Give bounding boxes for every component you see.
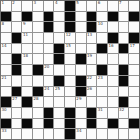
- white-cell-r2c10[interactable]: [97, 12, 107, 22]
- white-cell-r13c6[interactable]: [54, 129, 64, 139]
- white-cell-r7c7[interactable]: [65, 65, 75, 75]
- clue-number: 18: [23, 54, 28, 58]
- clue-number: 8: [2, 22, 5, 26]
- white-cell-r1c5[interactable]: [44, 1, 54, 11]
- white-cell-r4c9[interactable]: 13: [87, 33, 97, 43]
- black-cell-r12c9: [87, 119, 97, 129]
- black-cell-r4c2: [12, 33, 22, 43]
- clue-number: 9: [23, 22, 26, 26]
- white-cell-r12c10[interactable]: [97, 119, 107, 129]
- white-cell-r11c1[interactable]: 30: [1, 108, 11, 118]
- white-cell-r8c7[interactable]: [65, 76, 75, 86]
- black-cell-r5c6: [54, 44, 64, 54]
- black-cell-r5c10: [97, 44, 107, 54]
- black-cell-r13c7: [65, 129, 75, 139]
- black-cell-r2c5: [44, 12, 54, 22]
- white-cell-r1c8[interactable]: 5: [76, 1, 86, 11]
- white-cell-r11c12[interactable]: 32: [119, 108, 129, 118]
- black-cell-r2c11: [108, 12, 118, 22]
- white-cell-r9c13[interactable]: [129, 87, 139, 97]
- black-cell-r12c11: [108, 119, 118, 129]
- black-cell-r7c12: [119, 65, 129, 75]
- white-cell-r8c1[interactable]: 21: [1, 76, 11, 86]
- clue-number: 20: [44, 65, 49, 69]
- black-cell-r11c5: [44, 108, 54, 118]
- clue-number: 25: [55, 87, 60, 91]
- white-cell-r1c6[interactable]: 4: [54, 1, 64, 11]
- white-cell-r1c1[interactable]: 1: [1, 1, 11, 11]
- black-cell-r6c6: [54, 54, 64, 64]
- white-cell-r2c8[interactable]: [76, 12, 86, 22]
- white-cell-r9c6[interactable]: 25: [54, 87, 64, 97]
- white-cell-r4c12[interactable]: [119, 33, 129, 43]
- black-cell-r1c7: [65, 1, 75, 11]
- white-cell-r7c8[interactable]: [76, 65, 86, 75]
- clue-number: 13: [87, 33, 92, 37]
- white-cell-r4c6[interactable]: [54, 33, 64, 43]
- white-cell-r1c3[interactable]: [22, 1, 32, 11]
- white-cell-r12c12[interactable]: [119, 119, 129, 129]
- white-cell-r9c1[interactable]: [1, 87, 11, 97]
- white-cell-r13c13[interactable]: [129, 129, 139, 139]
- clue-number: 33: [2, 129, 7, 133]
- white-cell-r1c4[interactable]: 3: [33, 1, 43, 11]
- black-cell-r12c7: [65, 119, 75, 129]
- clue-number: 26: [87, 87, 92, 91]
- white-cell-r1c9[interactable]: [87, 1, 97, 11]
- white-cell-r3c6[interactable]: [54, 22, 64, 32]
- clue-number: 6: [98, 1, 101, 5]
- white-cell-r6c13[interactable]: [129, 54, 139, 64]
- white-cell-r5c9[interactable]: [87, 44, 97, 54]
- clue-number: 2: [12, 1, 15, 5]
- white-cell-r3c1[interactable]: 8: [1, 22, 11, 32]
- white-cell-r12c8[interactable]: [76, 119, 86, 129]
- black-cell-r9c2: [12, 87, 22, 97]
- white-cell-r7c13[interactable]: [129, 65, 139, 75]
- black-cell-r3c9: [87, 22, 97, 32]
- clue-number: 10: [98, 22, 103, 26]
- clue-number: 19: [87, 54, 92, 58]
- black-cell-r9c4: [33, 87, 43, 97]
- white-cell-r11c6[interactable]: [54, 108, 64, 118]
- white-cell-r13c3[interactable]: [22, 129, 32, 139]
- white-cell-r5c13[interactable]: 17: [129, 44, 139, 54]
- clue-number: 24: [44, 87, 49, 91]
- white-cell-r13c12[interactable]: [119, 129, 129, 139]
- white-cell-r3c2[interactable]: [12, 22, 22, 32]
- black-cell-r8c6: [54, 76, 64, 86]
- white-cell-r6c5[interactable]: [44, 54, 54, 64]
- white-cell-r3c3[interactable]: 9: [22, 22, 32, 32]
- clue-number: 17: [130, 44, 135, 48]
- clue-number: 27: [12, 97, 17, 101]
- white-cell-r1c2[interactable]: 2: [12, 1, 22, 11]
- white-cell-r8c5[interactable]: [44, 76, 54, 86]
- clue-number: 21: [2, 76, 7, 80]
- white-cell-r12c2[interactable]: [12, 119, 22, 129]
- clue-number: 16: [108, 44, 113, 48]
- white-cell-r3c13[interactable]: [129, 22, 139, 32]
- white-cell-r11c4[interactable]: [33, 108, 43, 118]
- white-cell-r13c4[interactable]: [33, 129, 43, 139]
- white-cell-r11c13[interactable]: [129, 108, 139, 118]
- white-cell-r13c2[interactable]: [12, 129, 22, 139]
- black-cell-r3c5: [44, 22, 54, 32]
- white-cell-r8c3[interactable]: [22, 76, 32, 86]
- black-cell-r4c13: [129, 33, 139, 43]
- white-cell-r6c7[interactable]: [65, 54, 75, 64]
- black-cell-r9c8: [76, 87, 86, 97]
- black-cell-r2c9: [87, 12, 97, 22]
- clue-number: 3: [34, 1, 37, 5]
- white-cell-r3c11[interactable]: [108, 22, 118, 32]
- clue-number: 32: [119, 108, 124, 112]
- white-cell-r11c8[interactable]: [76, 108, 86, 118]
- white-cell-r3c12[interactable]: [119, 22, 129, 32]
- white-cell-r4c1[interactable]: [1, 33, 11, 43]
- clue-number: 29: [76, 97, 81, 101]
- white-cell-r11c2[interactable]: [12, 108, 22, 118]
- black-cell-r7c10: [97, 65, 107, 75]
- white-cell-r9c3[interactable]: [22, 87, 32, 97]
- white-cell-r2c12[interactable]: [119, 12, 129, 22]
- white-cell-r10c8[interactable]: 29: [76, 97, 86, 107]
- white-cell-r8c4[interactable]: [33, 76, 43, 86]
- white-cell-r2c6[interactable]: [54, 12, 64, 22]
- white-cell-r5c4[interactable]: [33, 44, 43, 54]
- white-cell-r8c10[interactable]: 23: [97, 76, 107, 86]
- white-cell-r12c6[interactable]: [54, 119, 64, 129]
- white-cell-r3c10[interactable]: 10: [97, 22, 107, 32]
- black-cell-r8c12: [119, 76, 129, 86]
- white-cell-r7c5[interactable]: 20: [44, 65, 54, 75]
- clue-number: 4: [55, 1, 58, 5]
- white-cell-r4c7[interactable]: 12: [65, 33, 75, 43]
- white-cell-r10c6[interactable]: [54, 97, 64, 107]
- clue-number: 14: [2, 44, 7, 48]
- black-cell-r4c11: [108, 33, 118, 43]
- white-cell-r6c4[interactable]: [33, 54, 43, 64]
- white-cell-r7c3[interactable]: [22, 65, 32, 75]
- white-cell-r1c12[interactable]: 7: [119, 1, 129, 11]
- white-cell-r7c1[interactable]: [1, 65, 11, 75]
- white-cell-r6c10[interactable]: [97, 54, 107, 64]
- black-cell-r10c12: [119, 97, 129, 107]
- white-cell-r1c11[interactable]: [108, 1, 118, 11]
- black-cell-r2c13: [129, 12, 139, 22]
- white-cell-r4c5[interactable]: [44, 33, 54, 43]
- white-cell-r10c10[interactable]: [97, 97, 107, 107]
- clue-number: 23: [98, 76, 103, 80]
- clue-number: 31: [98, 108, 103, 112]
- white-cell-r5c7[interactable]: 15: [65, 44, 75, 54]
- white-cell-r8c9[interactable]: 22: [87, 76, 97, 86]
- white-cell-r10c11[interactable]: [108, 97, 118, 107]
- white-cell-r2c2[interactable]: [12, 12, 22, 22]
- white-cell-r13c9[interactable]: [87, 129, 97, 139]
- black-cell-r5c12: [119, 44, 129, 54]
- white-cell-r8c13[interactable]: [129, 76, 139, 86]
- black-cell-r10c3: [22, 97, 32, 107]
- white-cell-r6c11[interactable]: [108, 54, 118, 64]
- clue-number: 30: [2, 108, 7, 112]
- white-cell-r6c1[interactable]: [1, 54, 11, 64]
- black-cell-r7c4: [33, 65, 43, 75]
- white-cell-r6c9[interactable]: 19: [87, 54, 97, 64]
- white-cell-r10c13[interactable]: [129, 97, 139, 107]
- clue-number: 1: [2, 1, 5, 5]
- clue-number: 11: [23, 33, 28, 37]
- black-cell-r7c2: [12, 65, 22, 75]
- clue-number: 34: [76, 129, 81, 133]
- clue-number: 12: [66, 33, 71, 37]
- white-cell-r11c11[interactable]: [108, 108, 118, 118]
- white-cell-r3c8[interactable]: [76, 22, 86, 32]
- white-cell-r5c1[interactable]: 14: [1, 44, 11, 54]
- black-cell-r12c13: [129, 119, 139, 129]
- black-cell-r6c2: [12, 54, 22, 64]
- white-cell-r2c4[interactable]: [33, 12, 43, 22]
- clue-number: 15: [66, 44, 71, 48]
- black-cell-r6c8: [76, 54, 86, 64]
- white-cell-r10c9[interactable]: [87, 97, 97, 107]
- white-cell-r6c3[interactable]: 18: [22, 54, 32, 64]
- white-cell-r9c11[interactable]: [108, 87, 118, 97]
- crossword-grid: 1234567891011121314151617181920212223242…: [0, 0, 140, 140]
- white-cell-r13c8[interactable]: 34: [76, 129, 86, 139]
- clue-number: 28: [34, 97, 39, 101]
- white-cell-r13c1[interactable]: 33: [1, 129, 11, 139]
- black-cell-r2c7: [65, 12, 75, 22]
- clue-number: 5: [76, 1, 79, 5]
- black-cell-r10c1: [1, 97, 11, 107]
- white-cell-r4c8[interactable]: [76, 33, 86, 43]
- white-cell-r7c9[interactable]: [87, 65, 97, 75]
- black-cell-r12c1: [1, 119, 11, 129]
- white-cell-r9c9[interactable]: 26: [87, 87, 97, 97]
- clue-number: 7: [119, 1, 122, 5]
- white-cell-r8c2[interactable]: [12, 76, 22, 86]
- white-cell-r5c8[interactable]: [76, 44, 86, 54]
- white-cell-r9c7[interactable]: [65, 87, 75, 97]
- white-cell-r13c5[interactable]: [44, 129, 54, 139]
- white-cell-r4c3[interactable]: 11: [22, 33, 32, 43]
- clue-number: 22: [87, 76, 92, 80]
- white-cell-r1c10[interactable]: 6: [97, 1, 107, 11]
- white-cell-r8c11[interactable]: [108, 76, 118, 86]
- white-cell-r4c10[interactable]: [97, 33, 107, 43]
- white-cell-r7c6[interactable]: [54, 65, 64, 75]
- white-cell-r4c4[interactable]: [33, 33, 43, 43]
- black-cell-r2c1: [1, 12, 11, 22]
- white-cell-r12c4[interactable]: [33, 119, 43, 129]
- white-cell-r10c7[interactable]: [65, 97, 75, 107]
- white-cell-r10c5[interactable]: [44, 97, 54, 107]
- white-cell-r13c10[interactable]: [97, 129, 107, 139]
- white-cell-r5c11[interactable]: 16: [108, 44, 118, 54]
- white-cell-r9c5[interactable]: 24: [44, 87, 54, 97]
- black-cell-r2c3: [22, 12, 32, 22]
- black-cell-r8c8: [76, 76, 86, 86]
- white-cell-r9c10[interactable]: [97, 87, 107, 97]
- white-cell-r1c13[interactable]: [129, 1, 139, 11]
- white-cell-r7c11[interactable]: [108, 65, 118, 75]
- white-cell-r10c4[interactable]: 28: [33, 97, 43, 107]
- white-cell-r5c5[interactable]: [44, 44, 54, 54]
- black-cell-r3c7: [65, 22, 75, 32]
- black-cell-r11c7: [65, 108, 75, 118]
- black-cell-r12c3: [22, 119, 32, 129]
- black-cell-r12c5: [44, 119, 54, 129]
- white-cell-r13c11[interactable]: [108, 129, 118, 139]
- black-cell-r11c9: [87, 108, 97, 118]
- white-cell-r11c3[interactable]: [22, 108, 32, 118]
- white-cell-r11c10[interactable]: 31: [97, 108, 107, 118]
- white-cell-r6c12[interactable]: [119, 54, 129, 64]
- white-cell-r3c4[interactable]: [33, 22, 43, 32]
- white-cell-r5c2[interactable]: [12, 44, 22, 54]
- white-cell-r10c2[interactable]: 27: [12, 97, 22, 107]
- white-cell-r9c12[interactable]: [119, 87, 129, 97]
- white-cell-r5c3[interactable]: [22, 44, 32, 54]
